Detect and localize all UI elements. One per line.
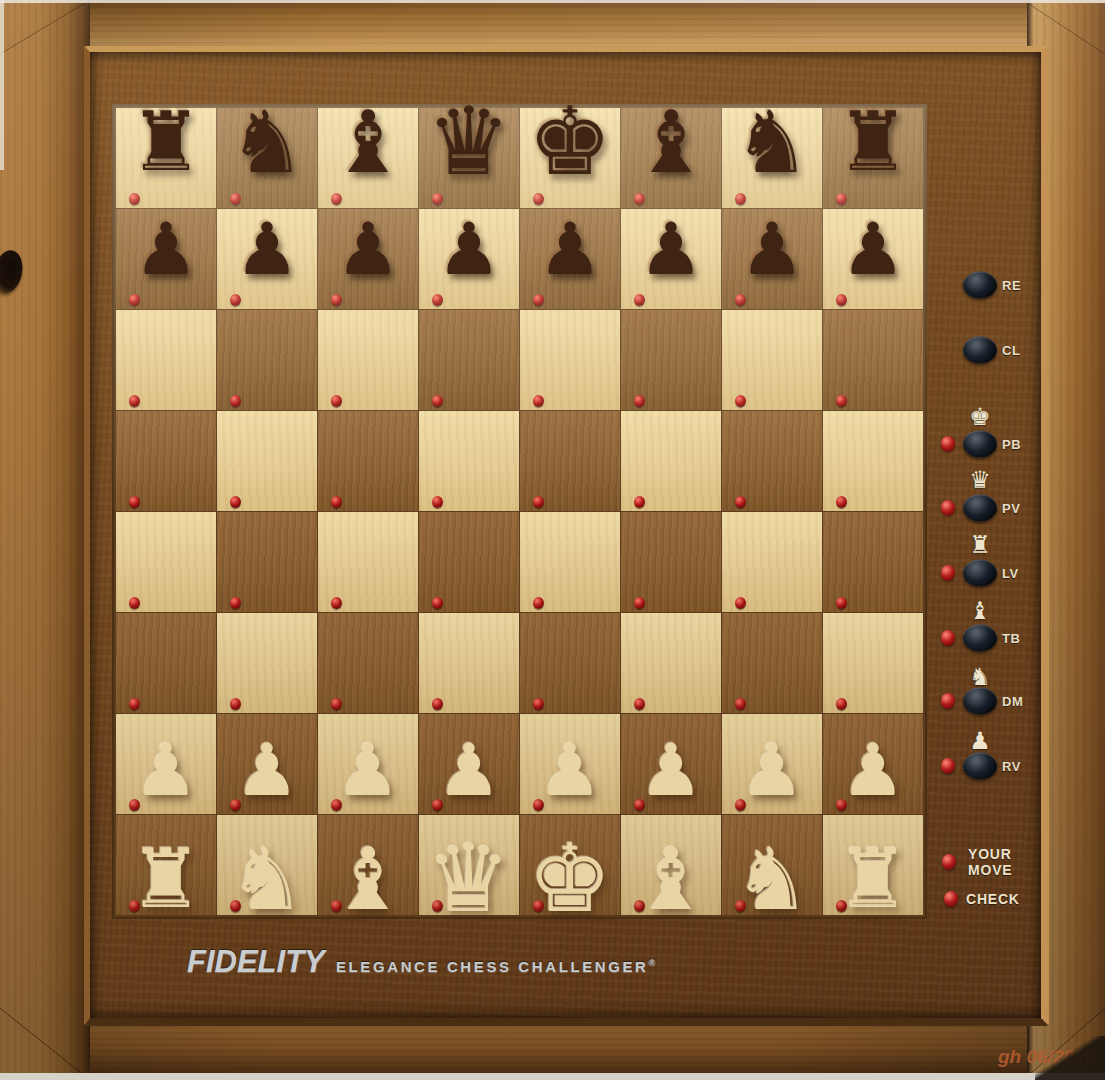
button-label-dm: DM [1002,694,1023,709]
square-led [230,597,241,609]
square-led [331,698,342,710]
square-h4[interactable] [823,512,923,612]
square-led [735,395,746,407]
square-led [129,294,140,306]
square-f6[interactable] [621,310,721,410]
pawn-icon: ♟ [969,729,991,753]
square-led [836,193,847,205]
button-label-re: RE [1002,278,1021,293]
button-tb[interactable] [963,625,997,652]
square-f1[interactable]: ♝ [621,815,721,915]
square-c7[interactable]: ♟ [318,209,418,309]
piece-black-pawn[interactable]: ♟ [639,213,704,285]
square-b6[interactable] [217,310,317,410]
square-led [533,496,544,508]
square-g7[interactable]: ♟ [722,209,822,309]
button-dm[interactable] [963,688,997,715]
button-lv[interactable] [963,560,997,587]
corner-shadow-bottom-right [1035,1036,1105,1080]
piece-white-pawn[interactable]: ♟ [639,734,704,806]
piece-white-bishop[interactable]: ♝ [329,836,406,922]
square-c1[interactable]: ♝ [318,815,418,915]
piece-black-queen[interactable]: ♛ [427,95,511,189]
knight-icon: ♞ [969,665,991,689]
square-led [331,193,342,205]
square-e8[interactable]: ♚ [520,108,620,208]
square-led [331,496,342,508]
piece-black-pawn[interactable]: ♟ [538,213,603,285]
piece-black-pawn[interactable]: ♟ [841,213,906,285]
piece-black-rook[interactable]: ♜ [129,101,203,183]
model-name-text: ELEGANCE CHESS CHALLENGER [336,958,649,975]
wood-frame-top [0,0,1105,52]
square-d2[interactable]: ♟ [419,714,519,814]
square-b3[interactable] [217,613,317,713]
piece-white-knight[interactable]: ♞ [733,836,810,922]
square-g5[interactable] [722,411,822,511]
piece-white-rook[interactable]: ♜ [129,838,203,920]
led-pv [941,500,955,516]
square-a7[interactable]: ♟ [116,209,216,309]
piece-white-knight[interactable]: ♞ [228,836,305,922]
square-led [230,395,241,407]
button-label-rv: RV [1002,759,1021,774]
fidelity-elegance-chessboard-photo: ♜♞♝♛♚♝♞♜♟♟♟♟♟♟♟♟♟♟♟♟♟♟♟♟♜♞♝♛♚♝♞♜ RECL♚PB… [0,0,1105,1080]
piece-black-knight[interactable]: ♞ [733,99,810,185]
square-f4[interactable] [621,512,721,612]
square-b2[interactable]: ♟ [217,714,317,814]
piece-black-pawn[interactable]: ♟ [134,213,199,285]
button-re[interactable] [963,272,997,299]
piece-white-queen[interactable]: ♛ [427,832,511,926]
square-b1[interactable]: ♞ [217,815,317,915]
button-pv[interactable] [963,495,997,522]
square-d5[interactable] [419,411,519,511]
square-e6[interactable] [520,310,620,410]
square-a3[interactable] [116,613,216,713]
piece-black-king[interactable]: ♚ [528,95,612,189]
square-f2[interactable]: ♟ [621,714,721,814]
square-led [331,395,342,407]
led-rv [941,758,955,774]
square-b4[interactable] [217,512,317,612]
square-c3[interactable] [318,613,418,713]
square-e2[interactable]: ♟ [520,714,620,814]
piece-white-king[interactable]: ♚ [528,832,612,926]
square-led [533,395,544,407]
square-led [230,496,241,508]
led-tb [941,630,955,646]
square-h8[interactable]: ♜ [823,108,923,208]
registered-mark: ® [649,958,656,968]
square-led [533,294,544,306]
button-label-tb: TB [1002,631,1020,646]
square-a1[interactable]: ♜ [116,815,216,915]
square-c6[interactable] [318,310,418,410]
piece-white-rook[interactable]: ♜ [836,838,910,920]
indicator-check: CHECK [966,891,1056,907]
square-led [836,395,847,407]
bishop-icon: ♝ [969,599,991,623]
photo-edge-left [0,0,4,170]
square-led [331,294,342,306]
square-led [432,597,443,609]
button-label-pb: PB [1002,437,1021,452]
piece-black-bishop[interactable]: ♝ [632,99,709,185]
wood-frame-left [0,0,90,1080]
square-d7[interactable]: ♟ [419,209,519,309]
square-led [230,193,241,205]
square-a2[interactable]: ♟ [116,714,216,814]
square-led [129,698,140,710]
button-pb[interactable] [963,431,997,458]
square-g4[interactable] [722,512,822,612]
square-c2[interactable]: ♟ [318,714,418,814]
piece-black-pawn[interactable]: ♟ [336,213,401,285]
rook-icon: ♜ [969,533,991,557]
brand-logo: FIDELITY [187,944,317,980]
square-b5[interactable] [217,411,317,511]
square-c5[interactable] [318,411,418,511]
led-lv [941,565,955,581]
square-led [129,496,140,508]
square-a6[interactable] [116,310,216,410]
square-led [634,496,645,508]
square-e7[interactable]: ♟ [520,209,620,309]
square-led [836,294,847,306]
square-g3[interactable] [722,613,822,713]
square-f3[interactable] [621,613,721,713]
square-c8[interactable]: ♝ [318,108,418,208]
square-f5[interactable] [621,411,721,511]
button-label-lv: LV [1002,566,1019,581]
square-led [230,698,241,710]
square-led [533,698,544,710]
piece-white-pawn[interactable]: ♟ [538,734,603,806]
piece-black-pawn[interactable]: ♟ [740,213,805,285]
square-d3[interactable] [419,613,519,713]
square-g1[interactable]: ♞ [722,815,822,915]
square-led [634,395,645,407]
square-b7[interactable]: ♟ [217,209,317,309]
square-led [735,597,746,609]
square-g2[interactable]: ♟ [722,714,822,814]
indicator-your-move: YOUR MOVE [968,846,1030,878]
queen-icon: ♛ [969,468,991,492]
square-led [432,294,443,306]
led-pb [941,436,955,452]
button-label-pv: PV [1002,501,1020,516]
square-h5[interactable] [823,411,923,511]
square-led [836,496,847,508]
piece-white-bishop[interactable]: ♝ [632,836,709,922]
square-e3[interactable] [520,613,620,713]
square-led [735,496,746,508]
led-your-move [942,854,956,870]
square-h3[interactable] [823,613,923,713]
led-check [944,891,958,907]
photo-edge-top [0,0,1105,3]
square-a5[interactable] [116,411,216,511]
square-led [129,597,140,609]
piece-black-bishop[interactable]: ♝ [329,99,406,185]
square-g8[interactable]: ♞ [722,108,822,208]
square-led [634,294,645,306]
square-e1[interactable]: ♚ [520,815,620,915]
piece-white-pawn[interactable]: ♟ [740,734,805,806]
square-led [432,698,443,710]
square-h7[interactable]: ♟ [823,209,923,309]
square-led [836,698,847,710]
square-g6[interactable] [722,310,822,410]
square-f7[interactable]: ♟ [621,209,721,309]
square-h6[interactable] [823,310,923,410]
square-led [634,597,645,609]
square-led [129,395,140,407]
chess-board: ♜♞♝♛♚♝♞♜♟♟♟♟♟♟♟♟♟♟♟♟♟♟♟♟♜♞♝♛♚♝♞♜ [112,104,927,919]
square-led [735,193,746,205]
piece-white-pawn[interactable]: ♟ [841,734,906,806]
square-a8[interactable]: ♜ [116,108,216,208]
square-b8[interactable]: ♞ [217,108,317,208]
square-e5[interactable] [520,411,620,511]
button-cl[interactable] [963,337,997,364]
piece-black-knight[interactable]: ♞ [228,99,305,185]
piece-black-pawn[interactable]: ♟ [235,213,300,285]
square-c4[interactable] [318,512,418,612]
square-led [432,496,443,508]
king-icon: ♚ [969,405,991,429]
led-dm [941,693,955,709]
square-led [432,395,443,407]
square-led [230,294,241,306]
square-h2[interactable]: ♟ [823,714,923,814]
square-d4[interactable] [419,512,519,612]
piece-white-pawn[interactable]: ♟ [134,734,199,806]
button-label-cl: CL [1002,343,1020,358]
piece-white-pawn[interactable]: ♟ [235,734,300,806]
square-a4[interactable] [116,512,216,612]
piece-white-pawn[interactable]: ♟ [437,734,502,806]
button-rv[interactable] [963,753,997,780]
square-d8[interactable]: ♛ [419,108,519,208]
model-name: ELEGANCE CHESS CHALLENGER® [336,958,655,975]
piece-black-pawn[interactable]: ♟ [437,213,502,285]
square-led [533,597,544,609]
piece-white-pawn[interactable]: ♟ [336,734,401,806]
square-f8[interactable]: ♝ [621,108,721,208]
table-edge-bottom [0,1073,1105,1080]
square-led [735,698,746,710]
square-led [634,193,645,205]
piece-black-rook[interactable]: ♜ [836,101,910,183]
square-led [836,597,847,609]
square-d6[interactable] [419,310,519,410]
square-h1[interactable]: ♜ [823,815,923,915]
square-led [634,698,645,710]
square-d1[interactable]: ♛ [419,815,519,915]
square-led [331,597,342,609]
square-led [735,294,746,306]
square-led [129,193,140,205]
square-e4[interactable] [520,512,620,612]
